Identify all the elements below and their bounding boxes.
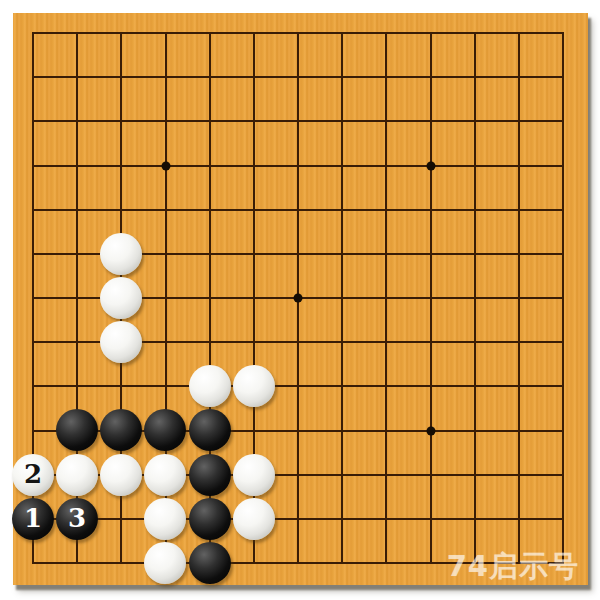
white-stone — [56, 454, 98, 496]
black-stone — [100, 409, 142, 451]
white-stone — [144, 454, 186, 496]
white-stone — [100, 321, 142, 363]
move-number-label: 2 — [24, 461, 42, 487]
white-stone — [233, 498, 275, 540]
white-stone — [144, 498, 186, 540]
black-stone — [189, 409, 231, 451]
white-stone — [189, 365, 231, 407]
black-stone — [189, 498, 231, 540]
stones-layer: 213 — [11, 11, 585, 585]
white-stone-move-2: 2 — [12, 454, 54, 496]
black-stone — [56, 409, 98, 451]
black-stone — [189, 454, 231, 496]
white-stone — [144, 542, 186, 584]
white-stone — [233, 365, 275, 407]
white-stone — [100, 233, 142, 275]
white-stone — [100, 277, 142, 319]
black-stone — [189, 542, 231, 584]
white-stone — [233, 454, 275, 496]
page: 213 74启示号 — [0, 0, 600, 600]
black-stone-move-3: 3 — [56, 498, 98, 540]
white-stone — [100, 454, 142, 496]
go-board: 213 — [13, 13, 588, 585]
move-number-label: 3 — [68, 505, 86, 531]
move-number-label: 1 — [24, 505, 42, 531]
black-stone-move-1: 1 — [12, 498, 54, 540]
black-stone — [144, 409, 186, 451]
